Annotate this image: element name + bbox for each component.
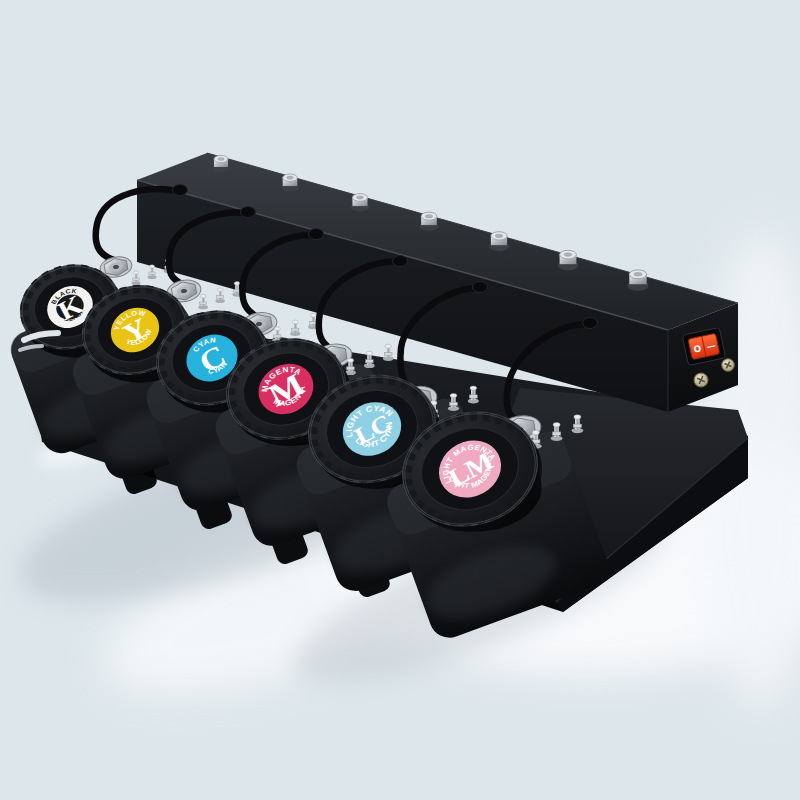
screw-post-4 xyxy=(419,212,438,231)
case-screw-1 xyxy=(694,373,708,387)
cable-port-6 xyxy=(583,318,598,329)
screw-post-1 xyxy=(213,155,230,172)
cable-port-1 xyxy=(173,185,188,196)
scene-svg: BLACKBLACKKYELLOWYELLOWYCYANCYANCMAGENTA… xyxy=(0,0,800,800)
screw-post-3 xyxy=(351,194,369,212)
screw-post-5 xyxy=(489,232,509,251)
case-screw-2 xyxy=(722,359,735,372)
product-photo: BLACKBLACKKYELLOWYELLOWYCYANCYANCMAGENTA… xyxy=(0,0,800,800)
cable-port-2 xyxy=(241,207,256,218)
screw-post-2 xyxy=(281,174,299,191)
cable-port-5 xyxy=(473,282,488,293)
cable-port-4 xyxy=(393,256,408,267)
screw-post-6 xyxy=(558,250,578,270)
cable-port-3 xyxy=(309,229,324,240)
screw-post-7 xyxy=(627,270,648,291)
